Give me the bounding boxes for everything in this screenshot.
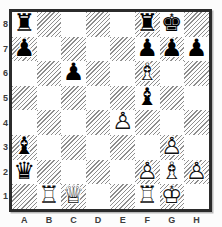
square-d8 — [86, 12, 111, 37]
square-f1: ♜♖ — [135, 184, 160, 209]
square-a1 — [12, 184, 37, 209]
white-pawn-h2: ♟♙ — [184, 160, 209, 185]
square-a7: ♟ — [12, 37, 37, 62]
file-label-d: D — [86, 213, 111, 226]
black-bishop-a3: ♝ — [12, 135, 37, 160]
square-a3: ♝ — [12, 135, 37, 160]
square-b4 — [37, 110, 62, 135]
file-label-h: H — [184, 213, 209, 226]
square-f5: ♝ — [135, 86, 160, 111]
square-d1 — [86, 184, 111, 209]
square-g1: ♚♔ — [160, 184, 185, 209]
square-h6 — [184, 61, 209, 86]
white-king-g1: ♚♔ — [160, 184, 185, 209]
square-d2 — [86, 160, 111, 185]
square-b3 — [37, 135, 62, 160]
board-frame: ♜♜♚♟♟♟♟♟♝♗♝♟♙♝♟♙♛♟♙♝♗♟♙♜♖♛♕♜♖♚♔ — [9, 9, 212, 212]
black-pawn-c6: ♟ — [61, 61, 86, 86]
square-h8 — [184, 12, 209, 37]
black-queen-a2: ♛ — [12, 160, 37, 185]
chess-diagram: 87654321 ♜♜♚♟♟♟♟♟♝♗♝♟♙♝♟♙♛♟♙♝♗♟♙♜♖♛♕♜♖♚♔… — [0, 0, 222, 227]
square-a2: ♛ — [12, 160, 37, 185]
rank-label-5: 5 — [0, 86, 8, 111]
square-e7 — [110, 37, 135, 62]
square-d5 — [86, 86, 111, 111]
black-pawn-a7: ♟ — [12, 37, 37, 62]
square-b6 — [37, 61, 62, 86]
square-a6 — [12, 61, 37, 86]
square-g6 — [160, 61, 185, 86]
square-h5 — [184, 86, 209, 111]
square-c3 — [61, 135, 86, 160]
square-e6 — [110, 61, 135, 86]
square-c1: ♛♕ — [61, 184, 86, 209]
rank-label-4: 4 — [0, 110, 8, 135]
white-rook-b1: ♜♖ — [37, 184, 62, 209]
square-g7: ♟ — [160, 37, 185, 62]
square-d6 — [86, 61, 111, 86]
square-e4: ♟♙ — [110, 110, 135, 135]
square-b1: ♜♖ — [37, 184, 62, 209]
square-c8 — [61, 12, 86, 37]
chess-board: ♜♜♚♟♟♟♟♟♝♗♝♟♙♝♟♙♛♟♙♝♗♟♙♜♖♛♕♜♖♚♔ — [12, 12, 209, 209]
square-e3 — [110, 135, 135, 160]
square-d4 — [86, 110, 111, 135]
black-bishop-f5: ♝ — [135, 86, 160, 111]
black-pawn-h7: ♟ — [184, 37, 209, 62]
square-f3 — [135, 135, 160, 160]
black-king-g8: ♚ — [160, 12, 185, 37]
black-rook-a8: ♜ — [12, 12, 37, 37]
rank-label-7: 7 — [0, 37, 8, 62]
rank-label-8: 8 — [0, 12, 8, 37]
square-d3 — [86, 135, 111, 160]
black-rook-f8: ♜ — [135, 12, 160, 37]
file-label-a: A — [12, 213, 37, 226]
square-c4 — [61, 110, 86, 135]
rank-label-2: 2 — [0, 160, 8, 185]
file-label-g: G — [160, 213, 185, 226]
rank-labels: 87654321 — [0, 12, 8, 209]
square-g3: ♟♙ — [160, 135, 185, 160]
white-pawn-e4: ♟♙ — [110, 110, 135, 135]
square-b7 — [37, 37, 62, 62]
square-c6: ♟ — [61, 61, 86, 86]
square-a8: ♜ — [12, 12, 37, 37]
square-h3 — [184, 135, 209, 160]
square-e1 — [110, 184, 135, 209]
rank-label-1: 1 — [0, 184, 8, 209]
white-pawn-g3: ♟♙ — [160, 135, 185, 160]
square-c5 — [61, 86, 86, 111]
file-labels: ABCDEFGH — [12, 213, 209, 226]
square-e2 — [110, 160, 135, 185]
file-label-b: B — [37, 213, 62, 226]
square-h1 — [184, 184, 209, 209]
rank-label-6: 6 — [0, 61, 8, 86]
square-b8 — [37, 12, 62, 37]
white-rook-f1: ♜♖ — [135, 184, 160, 209]
black-pawn-g7: ♟ — [160, 37, 185, 62]
square-g5 — [160, 86, 185, 111]
square-e8 — [110, 12, 135, 37]
square-f4 — [135, 110, 160, 135]
square-h7: ♟ — [184, 37, 209, 62]
file-label-f: F — [135, 213, 160, 226]
white-queen-c1: ♛♕ — [61, 184, 86, 209]
square-h4 — [184, 110, 209, 135]
square-h2: ♟♙ — [184, 160, 209, 185]
file-label-e: E — [110, 213, 135, 226]
file-label-c: C — [61, 213, 86, 226]
square-g8: ♚ — [160, 12, 185, 37]
rank-label-3: 3 — [0, 135, 8, 160]
square-f8: ♜ — [135, 12, 160, 37]
square-b5 — [37, 86, 62, 111]
square-a5 — [12, 86, 37, 111]
square-d7 — [86, 37, 111, 62]
